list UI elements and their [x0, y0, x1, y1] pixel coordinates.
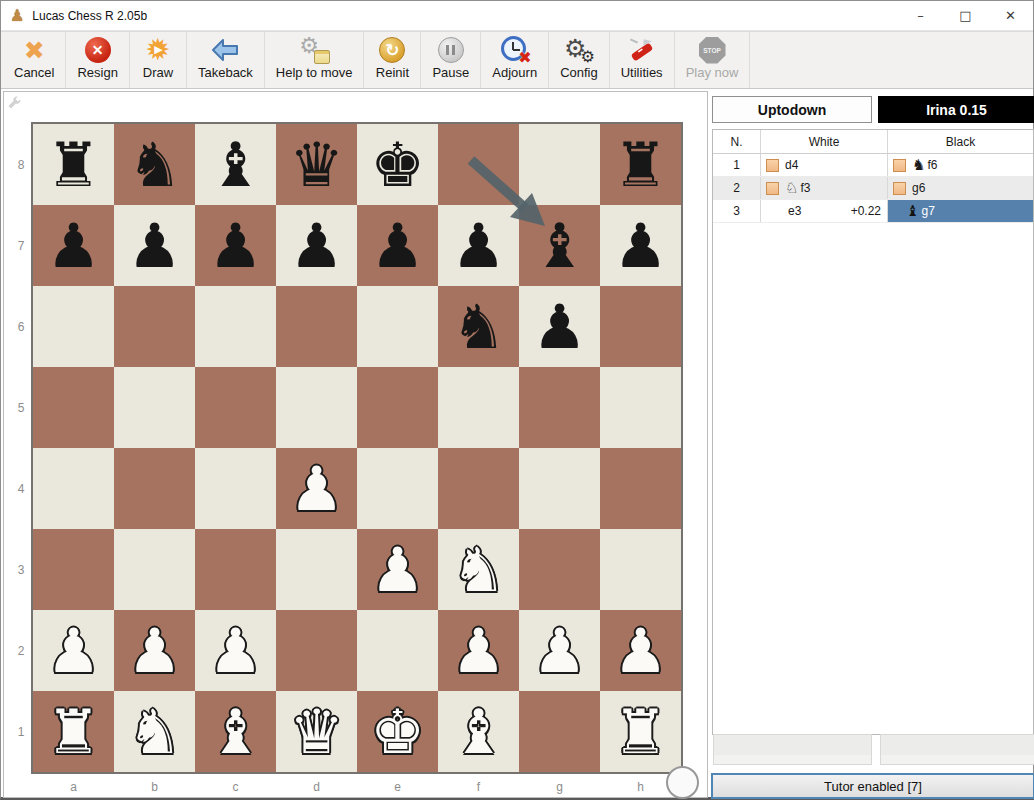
white-piece-e1: ♚ — [370, 691, 425, 772]
square-a7[interactable]: ♟ — [33, 205, 114, 286]
square-g1[interactable] — [519, 691, 600, 772]
main-area: 87654321 ♜♞♝♛♚♜♟♟♟♟♟♟♝♟♞♟♟♟♞♟♟♟♟♟♟♜♞♝♛♚♝… — [1, 89, 1033, 797]
square-e1[interactable]: ♚ — [357, 691, 438, 772]
config-button[interactable]: ⚙⚙ Config — [549, 32, 610, 88]
square-d7[interactable]: ♟ — [276, 205, 357, 286]
square-b6[interactable] — [114, 286, 195, 367]
square-e8[interactable]: ♚ — [357, 124, 438, 205]
config-label: Config — [560, 65, 598, 80]
toolbar: ✖ Cancel ✕ Resign ✹▶ Draw Takeback ⚙ Hel… — [1, 31, 1033, 89]
square-f6[interactable]: ♞ — [438, 286, 519, 367]
square-c1[interactable]: ♝ — [195, 691, 276, 772]
square-a6[interactable] — [33, 286, 114, 367]
square-h8[interactable]: ♜ — [600, 124, 681, 205]
square-b5[interactable] — [114, 367, 195, 448]
move-eval: +0.22 — [851, 204, 887, 218]
square-e7[interactable]: ♟ — [357, 205, 438, 286]
move-text: f6 — [927, 158, 937, 172]
black-piece-h8: ♜ — [613, 124, 668, 205]
black-piece-a7: ♟ — [46, 205, 101, 286]
position-icon — [766, 159, 779, 172]
black-move-3[interactable]: ♝g7 — [888, 200, 1033, 222]
black-piece-b8: ♞ — [127, 124, 182, 205]
file-label-d: d — [276, 776, 357, 794]
rank-label-8: 8 — [15, 124, 27, 205]
move-text: d4 — [785, 158, 798, 172]
square-f3[interactable]: ♞ — [438, 529, 519, 610]
square-a1[interactable]: ♜ — [33, 691, 114, 772]
white-piece-f2: ♟ — [451, 610, 506, 691]
utilities-button[interactable]: Utilities — [610, 32, 675, 88]
cancel-icon: ✖ — [17, 35, 51, 65]
black-piece-d8: ♛ — [289, 124, 344, 205]
play-now-button: STOP Play now — [675, 32, 751, 88]
help-to-move-button[interactable]: ⚙ Help to move — [265, 32, 365, 88]
white-clock-box — [713, 734, 872, 765]
white-piece-c1: ♝ — [208, 691, 263, 772]
square-h3[interactable] — [600, 529, 681, 610]
white-piece-b2: ♟ — [127, 610, 182, 691]
square-a3[interactable] — [33, 529, 114, 610]
square-h6[interactable] — [600, 286, 681, 367]
file-label-g: g — [519, 776, 600, 794]
square-f1[interactable]: ♝ — [438, 691, 519, 772]
rank-label-4: 4 — [15, 448, 27, 529]
white-move-1[interactable]: d4 — [761, 154, 888, 176]
app-window: ♟ Lucas Chess R 2.05b – □ ✕ ✖ Cancel ✕ R… — [0, 0, 1034, 800]
move-row-1: 1d4♞f6 — [713, 154, 1033, 177]
square-g5[interactable] — [519, 367, 600, 448]
black-piece-b7: ♟ — [127, 205, 182, 286]
pause-label: Pause — [432, 65, 469, 80]
square-d3[interactable] — [276, 529, 357, 610]
file-labels: abcdefgh — [33, 776, 681, 794]
square-d5[interactable] — [276, 367, 357, 448]
square-g3[interactable] — [519, 529, 600, 610]
file-label-e: e — [357, 776, 438, 794]
move-text: g7 — [921, 204, 934, 218]
resign-label: Resign — [77, 65, 117, 80]
black-move-1[interactable]: ♞f6 — [888, 154, 1033, 176]
square-b3[interactable] — [114, 529, 195, 610]
square-c2[interactable]: ♟ — [195, 610, 276, 691]
white-piece-d4: ♟ — [289, 448, 344, 529]
move-row-2: 2♘f3g6 — [713, 177, 1033, 200]
white-piece-h2: ♟ — [613, 610, 668, 691]
square-d6[interactable] — [276, 286, 357, 367]
square-g2[interactable]: ♟ — [519, 610, 600, 691]
square-e2[interactable] — [357, 610, 438, 691]
file-label-f: f — [438, 776, 519, 794]
square-g7[interactable]: ♝ — [519, 205, 600, 286]
white-player-name[interactable]: Uptodown — [712, 96, 872, 123]
black-clock-box — [880, 734, 1034, 765]
takeback-label: Takeback — [198, 65, 253, 80]
square-e4[interactable] — [357, 448, 438, 529]
black-piece-e8: ♚ — [370, 124, 425, 205]
white-piece-h1: ♜ — [613, 691, 668, 772]
draw-label: Draw — [143, 65, 173, 80]
pause-icon — [434, 35, 468, 65]
adjourn-button[interactable]: ✖ Adjourn — [481, 32, 549, 88]
black-piece-c8: ♝ — [208, 124, 263, 205]
cancel-label: Cancel — [14, 65, 54, 80]
rank-labels: 87654321 — [15, 124, 27, 772]
black-piece-e7: ♟ — [370, 205, 425, 286]
utilities-knife-icon — [625, 35, 659, 65]
moves-table: N. White Black 1d4♞f62♘f3g63e3+0.22♝g7 — [712, 129, 1034, 735]
adjourn-clock-icon: ✖ — [498, 35, 532, 65]
square-f8[interactable] — [438, 124, 519, 205]
black-piece-g6: ♟ — [532, 286, 587, 367]
move-piece-glyph: ♘ — [785, 181, 798, 196]
square-d2[interactable] — [276, 610, 357, 691]
minimize-button[interactable]: – — [898, 1, 943, 30]
square-a4[interactable] — [33, 448, 114, 529]
black-piece-h7: ♟ — [613, 205, 668, 286]
moves-table-header: N. White Black — [713, 130, 1033, 154]
col-header-white: White — [761, 130, 888, 153]
stop-sign-icon: STOP — [695, 35, 729, 65]
board-options-wrench-icon[interactable] — [7, 95, 22, 114]
board-panel: 87654321 ♜♞♝♛♚♜♟♟♟♟♟♟♝♟♞♟♟♟♞♟♟♟♟♟♟♜♞♝♛♚♝… — [3, 91, 708, 798]
square-c8[interactable]: ♝ — [195, 124, 276, 205]
reinit-refresh-icon: ↻ — [375, 35, 409, 65]
window-title: Lucas Chess R 2.05b — [32, 9, 147, 23]
tutor-enabled-button[interactable]: Tutor enabled [7] — [711, 773, 1034, 799]
title-bar: ♟ Lucas Chess R 2.05b – □ ✕ — [1, 1, 1033, 31]
white-piece-g2: ♟ — [532, 610, 587, 691]
black-move-2[interactable]: g6 — [888, 177, 1033, 199]
white-piece-b1: ♞ — [127, 691, 182, 772]
square-b4[interactable] — [114, 448, 195, 529]
resign-button[interactable]: ✕ Resign — [66, 32, 129, 88]
col-header-black: Black — [888, 130, 1033, 153]
takeback-arrow-icon — [208, 35, 242, 65]
square-a8[interactable]: ♜ — [33, 124, 114, 205]
file-label-b: b — [114, 776, 195, 794]
black-piece-a8: ♜ — [46, 124, 101, 205]
square-d8[interactable]: ♛ — [276, 124, 357, 205]
reinit-button[interactable]: ↻ Reinit — [364, 32, 421, 88]
move-text: e3 — [788, 204, 801, 218]
black-piece-g7: ♝ — [532, 205, 587, 286]
app-pawn-icon: ♟ — [10, 8, 24, 24]
square-f4[interactable] — [438, 448, 519, 529]
rank-label-7: 7 — [15, 205, 27, 286]
square-f7[interactable]: ♟ — [438, 205, 519, 286]
white-piece-f1: ♝ — [451, 691, 506, 772]
chess-board-wrap: 87654321 ♜♞♝♛♚♜♟♟♟♟♟♟♝♟♞♟♟♟♞♟♟♟♟♟♟♜♞♝♛♚♝… — [31, 122, 683, 774]
draw-button[interactable]: ✹▶ Draw — [130, 32, 187, 88]
square-c5[interactable] — [195, 367, 276, 448]
black-piece-f7: ♟ — [451, 205, 506, 286]
cancel-button[interactable]: ✖ Cancel — [3, 32, 66, 88]
white-piece-e3: ♟ — [370, 529, 425, 610]
square-h4[interactable] — [600, 448, 681, 529]
square-f2[interactable]: ♟ — [438, 610, 519, 691]
adjourn-label: Adjourn — [492, 65, 537, 80]
square-h1[interactable]: ♜ — [600, 691, 681, 772]
square-g4[interactable] — [519, 448, 600, 529]
square-b8[interactable]: ♞ — [114, 124, 195, 205]
pause-button[interactable]: Pause — [421, 32, 481, 88]
square-e3[interactable]: ♟ — [357, 529, 438, 610]
move-number: 3 — [713, 200, 761, 222]
square-d1[interactable]: ♛ — [276, 691, 357, 772]
white-piece-f3: ♞ — [451, 529, 506, 610]
white-piece-a2: ♟ — [46, 610, 101, 691]
white-move-3[interactable]: e3+0.22 — [761, 200, 888, 222]
square-c3[interactable] — [195, 529, 276, 610]
thinking-indicator-circle — [666, 766, 699, 799]
right-panel: Uptodown Irina 0.15 N. White Black 1d4♞f… — [711, 89, 1034, 800]
move-number: 2 — [713, 177, 761, 199]
reinit-label: Reinit — [376, 65, 409, 80]
move-number: 1 — [713, 154, 761, 176]
move-row-3: 3e3+0.22♝g7 — [713, 200, 1033, 223]
rank-label-1: 1 — [15, 691, 27, 772]
square-b2[interactable]: ♟ — [114, 610, 195, 691]
rank-label-2: 2 — [15, 610, 27, 691]
white-move-2[interactable]: ♘f3 — [761, 177, 888, 199]
takeback-button[interactable]: Takeback — [187, 32, 265, 88]
draw-icon: ✹▶ — [141, 35, 175, 65]
maximize-button[interactable]: □ — [943, 1, 988, 30]
square-b1[interactable]: ♞ — [114, 691, 195, 772]
move-piece-glyph: ♝ — [906, 204, 919, 219]
config-gears-icon: ⚙⚙ — [562, 35, 596, 65]
square-g8[interactable] — [519, 124, 600, 205]
col-header-number: N. — [713, 130, 761, 153]
window-controls: – □ ✕ — [898, 1, 1033, 30]
square-c7[interactable]: ♟ — [195, 205, 276, 286]
resign-icon: ✕ — [81, 35, 115, 65]
square-e6[interactable] — [357, 286, 438, 367]
utilities-label: Utilities — [621, 65, 663, 80]
rank-label-5: 5 — [15, 367, 27, 448]
chess-board: ♜♞♝♛♚♜♟♟♟♟♟♟♝♟♞♟♟♟♞♟♟♟♟♟♟♜♞♝♛♚♝♜ — [31, 122, 683, 774]
square-c6[interactable] — [195, 286, 276, 367]
help-to-move-label: Help to move — [276, 65, 353, 80]
move-text: f3 — [800, 181, 810, 195]
black-piece-c7: ♟ — [208, 205, 263, 286]
square-h7[interactable]: ♟ — [600, 205, 681, 286]
file-label-c: c — [195, 776, 276, 794]
position-icon — [893, 182, 906, 195]
position-icon — [893, 159, 906, 172]
square-b7[interactable]: ♟ — [114, 205, 195, 286]
square-h2[interactable]: ♟ — [600, 610, 681, 691]
move-text: g6 — [912, 181, 925, 195]
play-now-label: Play now — [686, 65, 739, 80]
square-a5[interactable] — [33, 367, 114, 448]
position-icon — [766, 182, 779, 195]
black-piece-f6: ♞ — [451, 286, 506, 367]
square-d4[interactable]: ♟ — [276, 448, 357, 529]
close-button[interactable]: ✕ — [988, 1, 1033, 30]
square-h5[interactable] — [600, 367, 681, 448]
square-e5[interactable] — [357, 367, 438, 448]
square-g6[interactable]: ♟ — [519, 286, 600, 367]
help-gear-note-icon: ⚙ — [297, 35, 331, 65]
rank-label-3: 3 — [15, 529, 27, 610]
rank-label-6: 6 — [15, 286, 27, 367]
white-piece-d1: ♛ — [289, 691, 344, 772]
white-piece-c2: ♟ — [208, 610, 263, 691]
white-piece-a1: ♜ — [46, 691, 101, 772]
black-piece-d7: ♟ — [289, 205, 344, 286]
square-f5[interactable] — [438, 367, 519, 448]
square-a2[interactable]: ♟ — [33, 610, 114, 691]
black-player-name[interactable]: Irina 0.15 — [878, 96, 1034, 123]
move-piece-glyph: ♞ — [912, 158, 925, 173]
file-label-a: a — [33, 776, 114, 794]
moves-table-body: 1d4♞f62♘f3g63e3+0.22♝g7 — [713, 154, 1033, 223]
square-c4[interactable] — [195, 448, 276, 529]
